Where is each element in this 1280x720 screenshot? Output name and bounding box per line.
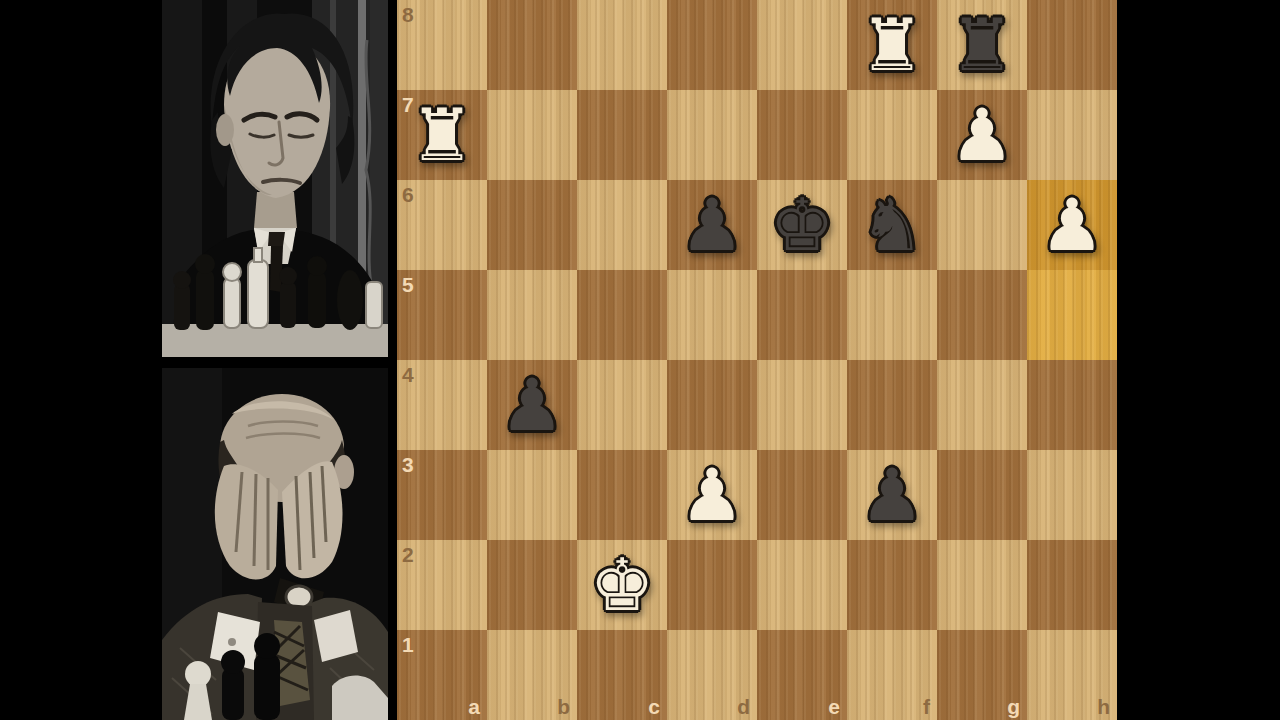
piece-black-rook: ♜	[950, 9, 1015, 81]
player-photo-bottom-illustration	[162, 368, 388, 720]
rank-label-8: 8	[402, 4, 414, 25]
piece-black-pawn: ♟	[500, 369, 565, 441]
square-b8[interactable]	[487, 0, 577, 90]
square-a1[interactable]: 1a	[397, 630, 487, 720]
square-c8[interactable]	[577, 0, 667, 90]
square-h4[interactable]	[1027, 360, 1117, 450]
square-a6[interactable]: 6	[397, 180, 487, 270]
piece-white-pawn: ♟	[680, 459, 745, 531]
square-c2[interactable]: ♚	[577, 540, 667, 630]
square-h8[interactable]	[1027, 0, 1117, 90]
square-f5[interactable]	[847, 270, 937, 360]
square-c5[interactable]	[577, 270, 667, 360]
rank-label-2: 2	[402, 544, 414, 565]
rank-label-4: 4	[402, 364, 414, 385]
square-f6[interactable]: ♞	[847, 180, 937, 270]
rank-label-5: 5	[402, 274, 414, 295]
square-c4[interactable]	[577, 360, 667, 450]
square-b4[interactable]: ♟	[487, 360, 577, 450]
square-d8[interactable]	[667, 0, 757, 90]
square-a2[interactable]: 2	[397, 540, 487, 630]
piece-black-pawn: ♟	[860, 459, 925, 531]
square-b2[interactable]	[487, 540, 577, 630]
square-a8[interactable]: 8	[397, 0, 487, 90]
file-label-f: f	[923, 696, 930, 717]
piece-white-king: ♚	[590, 549, 655, 621]
square-g7[interactable]: ♟	[937, 90, 1027, 180]
square-a7[interactable]: 7♜	[397, 90, 487, 180]
square-d1[interactable]: d	[667, 630, 757, 720]
square-f2[interactable]	[847, 540, 937, 630]
square-h1[interactable]: h	[1027, 630, 1117, 720]
square-h5[interactable]	[1027, 270, 1117, 360]
square-a3[interactable]: 3	[397, 450, 487, 540]
rank-label-6: 6	[402, 184, 414, 205]
file-label-d: d	[737, 696, 750, 717]
square-g5[interactable]	[937, 270, 1027, 360]
square-c6[interactable]	[577, 180, 667, 270]
square-h7[interactable]	[1027, 90, 1117, 180]
square-e7[interactable]	[757, 90, 847, 180]
square-b6[interactable]	[487, 180, 577, 270]
square-f3[interactable]: ♟	[847, 450, 937, 540]
video-frame: 8♜♜7♜♟6♟♚♞♟54♟3♟♟2♚1abcdefgh	[0, 0, 1280, 720]
square-d6[interactable]: ♟	[667, 180, 757, 270]
square-e8[interactable]	[757, 0, 847, 90]
square-h2[interactable]	[1027, 540, 1117, 630]
square-g4[interactable]	[937, 360, 1027, 450]
file-label-b: b	[557, 696, 570, 717]
square-d4[interactable]	[667, 360, 757, 450]
piece-white-rook: ♜	[860, 9, 925, 81]
square-b3[interactable]	[487, 450, 577, 540]
square-g2[interactable]	[937, 540, 1027, 630]
piece-white-rook: ♜	[410, 99, 475, 171]
square-g8[interactable]: ♜	[937, 0, 1027, 90]
square-c1[interactable]: c	[577, 630, 667, 720]
piece-black-knight: ♞	[860, 189, 925, 261]
file-label-e: e	[828, 696, 840, 717]
player-photo-top	[162, 0, 388, 357]
square-a5[interactable]: 5	[397, 270, 487, 360]
square-b1[interactable]: b	[487, 630, 577, 720]
square-e2[interactable]	[757, 540, 847, 630]
square-e4[interactable]	[757, 360, 847, 450]
file-label-g: g	[1007, 696, 1020, 717]
square-c7[interactable]	[577, 90, 667, 180]
square-d2[interactable]	[667, 540, 757, 630]
file-label-a: a	[468, 696, 480, 717]
square-d7[interactable]	[667, 90, 757, 180]
square-f7[interactable]	[847, 90, 937, 180]
piece-white-pawn: ♟	[950, 99, 1015, 171]
square-e3[interactable]	[757, 450, 847, 540]
square-a4[interactable]: 4	[397, 360, 487, 450]
square-g3[interactable]	[937, 450, 1027, 540]
square-f1[interactable]: f	[847, 630, 937, 720]
chess-board: 8♜♜7♜♟6♟♚♞♟54♟3♟♟2♚1abcdefgh	[397, 0, 1117, 720]
player-photo-top-illustration	[162, 0, 388, 357]
piece-white-pawn: ♟	[1040, 189, 1105, 261]
square-h6[interactable]: ♟	[1027, 180, 1117, 270]
file-label-c: c	[648, 696, 660, 717]
piece-black-pawn: ♟	[680, 189, 745, 261]
rank-label-3: 3	[402, 454, 414, 475]
piece-black-king: ♚	[770, 189, 835, 261]
square-h3[interactable]	[1027, 450, 1117, 540]
square-e1[interactable]: e	[757, 630, 847, 720]
square-b5[interactable]	[487, 270, 577, 360]
square-f4[interactable]	[847, 360, 937, 450]
square-g6[interactable]	[937, 180, 1027, 270]
rank-label-1: 1	[402, 634, 414, 655]
square-e6[interactable]: ♚	[757, 180, 847, 270]
square-c3[interactable]	[577, 450, 667, 540]
player-photo-bottom	[162, 368, 388, 720]
square-g1[interactable]: g	[937, 630, 1027, 720]
square-e5[interactable]	[757, 270, 847, 360]
file-label-h: h	[1097, 696, 1110, 717]
square-d5[interactable]	[667, 270, 757, 360]
square-b7[interactable]	[487, 90, 577, 180]
square-d3[interactable]: ♟	[667, 450, 757, 540]
square-f8[interactable]: ♜	[847, 0, 937, 90]
